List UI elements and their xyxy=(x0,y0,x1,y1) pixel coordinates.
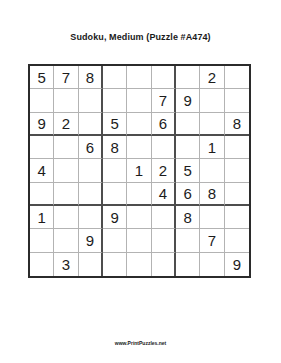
cell-r3c2: 2 xyxy=(54,113,78,136)
cell-r3c4: 5 xyxy=(103,113,127,136)
cell-r4c6 xyxy=(152,136,176,159)
cell-r1c3: 8 xyxy=(79,66,103,89)
puzzle-title: Sudoku, Medium (Puzzle #A474) xyxy=(0,32,281,42)
cell-r7c9 xyxy=(225,206,249,229)
cell-r5c2 xyxy=(54,159,78,182)
cell-r9c7 xyxy=(176,253,200,276)
cell-r4c7 xyxy=(176,136,200,159)
cell-r9c8 xyxy=(200,253,224,276)
cell-r4c3: 6 xyxy=(79,136,103,159)
cell-r3c9: 8 xyxy=(225,113,249,136)
cell-r2c5 xyxy=(127,89,151,112)
cell-r3c3 xyxy=(79,113,103,136)
cell-r4c4: 8 xyxy=(103,136,127,159)
cell-r8c7 xyxy=(176,229,200,252)
cell-r1c5 xyxy=(127,66,151,89)
cell-r9c1 xyxy=(30,253,54,276)
cell-r1c7 xyxy=(176,66,200,89)
cell-r7c3 xyxy=(79,206,103,229)
cell-r9c2: 3 xyxy=(54,253,78,276)
cell-r7c2 xyxy=(54,206,78,229)
cell-r5c9 xyxy=(225,159,249,182)
cell-r1c6 xyxy=(152,66,176,89)
cell-r7c5 xyxy=(127,206,151,229)
cell-r5c5: 1 xyxy=(127,159,151,182)
cell-r7c6 xyxy=(152,206,176,229)
sudoku-board: 5782799256868141254681989739 xyxy=(28,64,251,278)
cell-r6c8: 8 xyxy=(200,183,224,206)
cell-r8c6 xyxy=(152,229,176,252)
cell-r5c4 xyxy=(103,159,127,182)
cell-r2c9 xyxy=(225,89,249,112)
cell-r9c3 xyxy=(79,253,103,276)
cell-r6c3 xyxy=(79,183,103,206)
cell-r8c1 xyxy=(30,229,54,252)
cell-r9c4 xyxy=(103,253,127,276)
cell-r3c5 xyxy=(127,113,151,136)
cell-r9c6 xyxy=(152,253,176,276)
cell-r6c7: 6 xyxy=(176,183,200,206)
cell-r7c1: 1 xyxy=(30,206,54,229)
cell-r4c8: 1 xyxy=(200,136,224,159)
cell-r2c1 xyxy=(30,89,54,112)
cell-r4c1 xyxy=(30,136,54,159)
cell-r2c7: 9 xyxy=(176,89,200,112)
cell-r6c6: 4 xyxy=(152,183,176,206)
cell-r8c4 xyxy=(103,229,127,252)
cell-r5c1: 4 xyxy=(30,159,54,182)
cell-r5c3 xyxy=(79,159,103,182)
cell-r3c8 xyxy=(200,113,224,136)
cell-r4c9 xyxy=(225,136,249,159)
site-url: www.PrintPuzzles.net xyxy=(0,340,281,346)
cell-r2c2 xyxy=(54,89,78,112)
cell-r5c8 xyxy=(200,159,224,182)
cell-r2c4 xyxy=(103,89,127,112)
cell-r6c5 xyxy=(127,183,151,206)
cell-r4c2 xyxy=(54,136,78,159)
cell-r1c1: 5 xyxy=(30,66,54,89)
cell-r8c8: 7 xyxy=(200,229,224,252)
cell-r4c5 xyxy=(127,136,151,159)
cell-r1c9 xyxy=(225,66,249,89)
cell-r6c9 xyxy=(225,183,249,206)
cell-r5c7: 5 xyxy=(176,159,200,182)
cell-r8c2 xyxy=(54,229,78,252)
cell-r9c9: 9 xyxy=(225,253,249,276)
cell-r2c8 xyxy=(200,89,224,112)
cell-r7c4: 9 xyxy=(103,206,127,229)
cell-r7c7: 8 xyxy=(176,206,200,229)
cell-r6c2 xyxy=(54,183,78,206)
cell-r3c6: 6 xyxy=(152,113,176,136)
cell-r6c1 xyxy=(30,183,54,206)
cell-r8c5 xyxy=(127,229,151,252)
cell-r8c3: 9 xyxy=(79,229,103,252)
cell-r5c6: 2 xyxy=(152,159,176,182)
cell-r6c4 xyxy=(103,183,127,206)
cell-r1c2: 7 xyxy=(54,66,78,89)
cell-r1c8: 2 xyxy=(200,66,224,89)
puzzle-page: Sudoku, Medium (Puzzle #A474) 5782799256… xyxy=(0,0,281,363)
cell-r1c4 xyxy=(103,66,127,89)
cell-r3c7 xyxy=(176,113,200,136)
cell-r7c8 xyxy=(200,206,224,229)
cell-r8c9 xyxy=(225,229,249,252)
cell-r9c5 xyxy=(127,253,151,276)
cell-r2c3 xyxy=(79,89,103,112)
cell-r2c6: 7 xyxy=(152,89,176,112)
cell-r3c1: 9 xyxy=(30,113,54,136)
